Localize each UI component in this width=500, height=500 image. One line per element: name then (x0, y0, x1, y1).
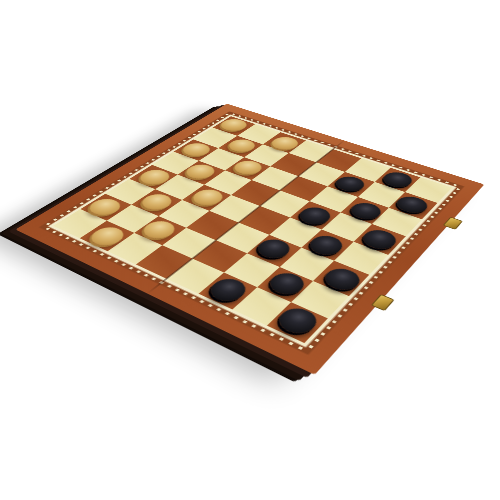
board-wrap (92, 38, 428, 374)
game-board (15, 104, 484, 375)
board-grid (53, 116, 452, 343)
brass-hinge-top (443, 217, 463, 230)
product-photo-scene (0, 0, 500, 500)
brass-hinge-bottom (371, 294, 395, 311)
decorative-border (41, 112, 462, 353)
